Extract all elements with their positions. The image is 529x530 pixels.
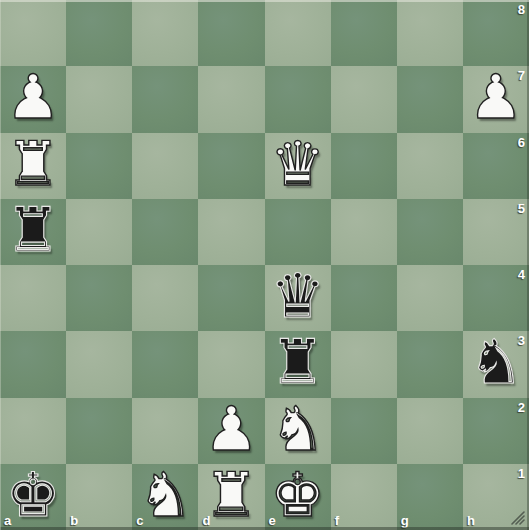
black-knight[interactable]: ♞: [469, 329, 524, 395]
square-e6[interactable]: ♛: [265, 133, 331, 199]
square-g4[interactable]: [397, 265, 463, 331]
square-d2[interactable]: ♟: [198, 398, 264, 464]
square-g1[interactable]: g: [397, 464, 463, 530]
square-h5[interactable]: 5: [463, 199, 529, 265]
black-rook[interactable]: ♜: [6, 197, 61, 263]
rank-label-6: 6: [518, 136, 525, 149]
square-c3[interactable]: [132, 331, 198, 397]
white-pawn[interactable]: ♟: [469, 64, 524, 130]
square-d3[interactable]: [198, 331, 264, 397]
square-h6[interactable]: 6: [463, 133, 529, 199]
square-b5[interactable]: [66, 199, 132, 265]
square-h8[interactable]: 8: [463, 0, 529, 66]
square-c2[interactable]: [132, 398, 198, 464]
square-f2[interactable]: [331, 398, 397, 464]
square-e3[interactable]: ♜: [265, 331, 331, 397]
square-a5[interactable]: ♜: [0, 199, 66, 265]
square-b6[interactable]: [66, 133, 132, 199]
square-b1[interactable]: b: [66, 464, 132, 530]
square-f1[interactable]: f: [331, 464, 397, 530]
square-g8[interactable]: [397, 0, 463, 66]
square-e2[interactable]: ♞: [265, 398, 331, 464]
square-b8[interactable]: [66, 0, 132, 66]
square-c4[interactable]: [132, 265, 198, 331]
square-b4[interactable]: [66, 265, 132, 331]
rank-label-8: 8: [518, 3, 525, 16]
rank-label-5: 5: [518, 202, 525, 215]
square-e5[interactable]: [265, 199, 331, 265]
square-f7[interactable]: [331, 66, 397, 132]
white-king[interactable]: ♚: [270, 462, 325, 528]
square-c1[interactable]: ♞c: [132, 464, 198, 530]
square-c8[interactable]: [132, 0, 198, 66]
square-a3[interactable]: [0, 331, 66, 397]
square-a4[interactable]: [0, 265, 66, 331]
white-rook[interactable]: ♜: [6, 131, 61, 197]
square-h2[interactable]: 2: [463, 398, 529, 464]
resize-handle-icon[interactable]: [509, 509, 525, 525]
square-a8[interactable]: [0, 0, 66, 66]
white-knight[interactable]: ♞: [270, 396, 325, 462]
square-g6[interactable]: [397, 133, 463, 199]
square-h4[interactable]: 4: [463, 265, 529, 331]
square-g3[interactable]: [397, 331, 463, 397]
square-b3[interactable]: [66, 331, 132, 397]
square-f6[interactable]: [331, 133, 397, 199]
square-f4[interactable]: [331, 265, 397, 331]
file-label-b: b: [70, 514, 78, 527]
file-label-g: g: [401, 514, 409, 527]
square-a1[interactable]: ♚a: [0, 464, 66, 530]
square-e7[interactable]: [265, 66, 331, 132]
square-b7[interactable]: [66, 66, 132, 132]
square-h7[interactable]: ♟7: [463, 66, 529, 132]
chess-board[interactable]: 8♟♟7♜♛6♜5♛4♜♞3♟♞2♚ab♞c♜d♚efg1h: [0, 0, 529, 530]
rank-label-2: 2: [518, 401, 525, 414]
square-f8[interactable]: [331, 0, 397, 66]
square-d7[interactable]: [198, 66, 264, 132]
square-g2[interactable]: [397, 398, 463, 464]
white-rook[interactable]: ♜: [204, 462, 259, 528]
rank-label-4: 4: [518, 268, 525, 281]
square-c5[interactable]: [132, 199, 198, 265]
white-pawn[interactable]: ♟: [6, 64, 61, 130]
black-rook[interactable]: ♜: [270, 329, 325, 395]
square-d6[interactable]: [198, 133, 264, 199]
square-f5[interactable]: [331, 199, 397, 265]
square-c6[interactable]: [132, 133, 198, 199]
file-label-h: h: [467, 514, 475, 527]
square-a6[interactable]: ♜: [0, 133, 66, 199]
white-queen[interactable]: ♛: [270, 131, 325, 197]
square-e8[interactable]: [265, 0, 331, 66]
square-g7[interactable]: [397, 66, 463, 132]
square-h3[interactable]: ♞3: [463, 331, 529, 397]
square-c7[interactable]: [132, 66, 198, 132]
square-a7[interactable]: ♟: [0, 66, 66, 132]
square-e1[interactable]: ♚e: [265, 464, 331, 530]
square-d1[interactable]: ♜d: [198, 464, 264, 530]
white-pawn[interactable]: ♟: [204, 396, 259, 462]
black-king[interactable]: ♚: [6, 462, 61, 528]
black-queen[interactable]: ♛: [270, 263, 325, 329]
square-g5[interactable]: [397, 199, 463, 265]
square-f3[interactable]: [331, 331, 397, 397]
square-b2[interactable]: [66, 398, 132, 464]
white-knight[interactable]: ♞: [138, 462, 193, 528]
square-d5[interactable]: [198, 199, 264, 265]
rank-label-1: 1: [518, 467, 525, 480]
square-e4[interactable]: ♛: [265, 265, 331, 331]
square-a2[interactable]: [0, 398, 66, 464]
file-label-f: f: [335, 514, 339, 527]
square-d4[interactable]: [198, 265, 264, 331]
square-d8[interactable]: [198, 0, 264, 66]
